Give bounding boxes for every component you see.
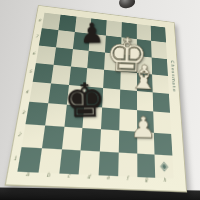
white-bishop-g5[interactable]: ♝ xyxy=(128,61,159,94)
black-pawn-d7[interactable]: ♟ xyxy=(79,20,104,46)
black-king-d3[interactable]: ♚ xyxy=(63,78,106,123)
pieces-layer: ♟♚♝♚♟ xyxy=(0,0,200,200)
table-surface: ◈ abcdefgh 87654321 Chessmate ♟♚♝♚♟ xyxy=(0,0,200,200)
white-pawn-g2[interactable]: ♟ xyxy=(130,114,156,142)
